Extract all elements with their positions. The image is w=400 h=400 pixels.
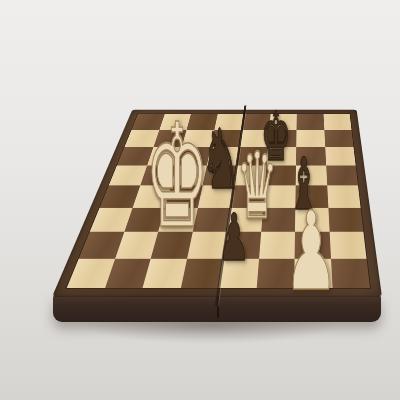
square-g8[interactable] — [297, 114, 324, 130]
square-h6[interactable] — [325, 147, 356, 166]
square-h8[interactable] — [323, 114, 351, 130]
piece-white-king-d5[interactable]: ♚ — [145, 104, 210, 248]
square-d1[interactable] — [180, 258, 222, 288]
square-h7[interactable] — [324, 130, 353, 147]
square-c1[interactable] — [143, 258, 187, 288]
piece-black-pawn-e3[interactable]: ♟ — [218, 205, 250, 270]
square-h5[interactable] — [326, 165, 358, 185]
photo-backdrop: ♚♞♝♟♚♛♟ — [0, 0, 400, 400]
piece-white-pawn-g1[interactable]: ♟ — [284, 197, 338, 306]
